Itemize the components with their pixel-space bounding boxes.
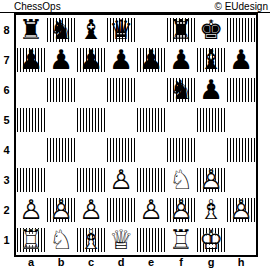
piece-white-pawn: ♟♙ [106, 165, 136, 195]
piece-black-king: ♚ [196, 15, 226, 45]
square-c4[interactable] [76, 135, 106, 165]
piece-white-bishop: ♝♗ [76, 225, 106, 255]
square-d8[interactable]: ♛ [106, 15, 136, 45]
piece-black-bishop: ♝ [76, 15, 106, 45]
square-h1[interactable] [226, 225, 256, 255]
square-e1[interactable] [136, 225, 166, 255]
square-d4[interactable] [106, 135, 136, 165]
rank-label-2: 2 [0, 195, 13, 225]
rank-label-8: 8 [0, 15, 13, 45]
square-a6[interactable] [16, 75, 46, 105]
square-f2[interactable]: ♟♙ [166, 195, 196, 225]
file-label-a: a [16, 256, 46, 269]
rank-label-3: 3 [0, 165, 13, 195]
piece-black-knight: ♞ [166, 75, 196, 105]
piece-black-queen: ♛ [106, 15, 136, 45]
square-f5[interactable] [166, 105, 196, 135]
square-b8[interactable]: ♞ [46, 15, 76, 45]
square-b4[interactable] [46, 135, 76, 165]
square-f3[interactable]: ♞♘ [166, 165, 196, 195]
square-h7[interactable]: ♟ [226, 45, 256, 75]
square-a5[interactable] [16, 105, 46, 135]
square-g1[interactable]: ♚♔ [196, 225, 226, 255]
square-d7[interactable]: ♟ [106, 45, 136, 75]
chess-board: ♜♞♝♛♜♚♟♟♟♟♟♟♝♟♞♟♟♙♞♘♟♙♟♙♟♙♟♙♟♙♟♙♝♗♟♙♜♖♞♘… [14, 13, 258, 257]
file-label-b: b [46, 256, 76, 269]
app-title: ChessOps [14, 1, 61, 12]
file-label-h: h [226, 256, 256, 269]
piece-white-pawn: ♟♙ [16, 195, 46, 225]
piece-black-pawn: ♟ [226, 45, 256, 75]
piece-white-knight: ♞♘ [46, 225, 76, 255]
square-h5[interactable] [226, 105, 256, 135]
piece-white-bishop: ♝♗ [196, 195, 226, 225]
piece-black-pawn: ♟ [166, 45, 196, 75]
square-c7[interactable]: ♟ [76, 45, 106, 75]
piece-white-pawn: ♟♙ [46, 195, 76, 225]
square-a8[interactable]: ♜ [16, 15, 46, 45]
rank-label-7: 7 [0, 45, 13, 75]
piece-black-bishop: ♝ [196, 45, 226, 75]
rank-label-5: 5 [0, 105, 13, 135]
square-g2[interactable]: ♝♗ [196, 195, 226, 225]
square-b1[interactable]: ♞♘ [46, 225, 76, 255]
square-b6[interactable] [46, 75, 76, 105]
file-label-f: f [166, 256, 196, 269]
square-e2[interactable]: ♟♙ [136, 195, 166, 225]
square-b5[interactable] [46, 105, 76, 135]
rank-label-4: 4 [0, 135, 13, 165]
square-c5[interactable] [76, 105, 106, 135]
square-f6[interactable]: ♞ [166, 75, 196, 105]
square-b2[interactable]: ♟♙ [46, 195, 76, 225]
rank-label-6: 6 [0, 75, 13, 105]
square-f8[interactable]: ♜ [166, 15, 196, 45]
square-a1[interactable]: ♜♖ [16, 225, 46, 255]
square-g5[interactable] [196, 105, 226, 135]
square-h4[interactable] [226, 135, 256, 165]
piece-black-pawn: ♟ [136, 45, 166, 75]
piece-white-king: ♚♔ [196, 225, 226, 255]
piece-black-rook: ♜ [16, 15, 46, 45]
file-labels: abcdefgh [16, 256, 256, 269]
piece-black-pawn: ♟ [46, 45, 76, 75]
square-e5[interactable] [136, 105, 166, 135]
rank-label-1: 1 [0, 225, 13, 255]
piece-black-pawn: ♟ [106, 45, 136, 75]
copyright-credit: © EUdesign [214, 1, 268, 12]
rank-labels: 87654321 [0, 15, 13, 255]
header-bar: ChessOps © EUdesign [0, 0, 270, 13]
square-d2[interactable] [106, 195, 136, 225]
square-a2[interactable]: ♟♙ [16, 195, 46, 225]
square-e4[interactable] [136, 135, 166, 165]
square-c2[interactable]: ♟♙ [76, 195, 106, 225]
square-g7[interactable]: ♝ [196, 45, 226, 75]
square-c8[interactable]: ♝ [76, 15, 106, 45]
file-label-c: c [76, 256, 106, 269]
piece-white-pawn: ♟♙ [76, 195, 106, 225]
piece-white-pawn: ♟♙ [226, 195, 256, 225]
square-h2[interactable]: ♟♙ [226, 195, 256, 225]
square-f4[interactable] [166, 135, 196, 165]
piece-white-queen: ♛♕ [106, 225, 136, 255]
piece-black-rook: ♜ [166, 15, 196, 45]
piece-black-pawn: ♟ [16, 45, 46, 75]
piece-white-pawn: ♟♙ [196, 165, 226, 195]
piece-white-rook: ♜♖ [166, 225, 196, 255]
square-g4[interactable] [196, 135, 226, 165]
square-e7[interactable]: ♟ [136, 45, 166, 75]
square-c6[interactable] [76, 75, 106, 105]
square-h6[interactable] [226, 75, 256, 105]
square-a4[interactable] [16, 135, 46, 165]
piece-white-knight: ♞♘ [166, 165, 196, 195]
square-g3[interactable]: ♟♙ [196, 165, 226, 195]
square-c1[interactable]: ♝♗ [76, 225, 106, 255]
square-c3[interactable] [76, 165, 106, 195]
square-a7[interactable]: ♟ [16, 45, 46, 75]
piece-white-pawn: ♟♙ [136, 195, 166, 225]
piece-black-knight: ♞ [46, 15, 76, 45]
square-e8[interactable] [136, 15, 166, 45]
square-f7[interactable]: ♟ [166, 45, 196, 75]
square-g8[interactable]: ♚ [196, 15, 226, 45]
piece-black-pawn: ♟ [76, 45, 106, 75]
square-e6[interactable] [136, 75, 166, 105]
piece-white-rook: ♜♖ [16, 225, 46, 255]
square-b3[interactable] [46, 165, 76, 195]
square-a3[interactable] [16, 165, 46, 195]
file-label-g: g [196, 256, 226, 269]
file-label-e: e [136, 256, 166, 269]
piece-white-pawn: ♟♙ [166, 195, 196, 225]
square-e3[interactable] [136, 165, 166, 195]
square-d1[interactable]: ♛♕ [106, 225, 136, 255]
square-g6[interactable]: ♟ [196, 75, 226, 105]
square-d5[interactable] [106, 105, 136, 135]
square-d3[interactable]: ♟♙ [106, 165, 136, 195]
piece-black-pawn: ♟ [196, 75, 226, 105]
file-label-d: d [106, 256, 136, 269]
square-d6[interactable] [106, 75, 136, 105]
square-b7[interactable]: ♟ [46, 45, 76, 75]
square-h3[interactable] [226, 165, 256, 195]
square-f1[interactable]: ♜♖ [166, 225, 196, 255]
square-h8[interactable] [226, 15, 256, 45]
